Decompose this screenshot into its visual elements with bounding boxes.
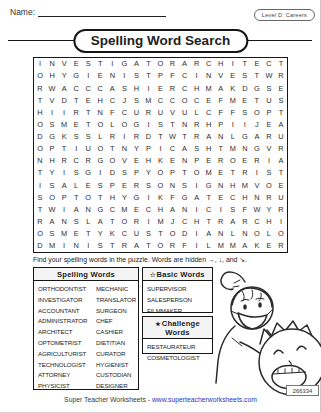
grid-cell: S xyxy=(82,58,94,70)
orthodontist-patient-cartoon xyxy=(212,268,321,399)
grid-cell: H xyxy=(191,82,203,94)
grid-cell: P xyxy=(46,143,58,155)
grid-cell: K xyxy=(58,131,70,143)
grid-cell: F xyxy=(179,240,191,252)
grid-cell: O xyxy=(154,240,166,252)
grid-cell: M xyxy=(203,82,215,94)
grid-cell: N xyxy=(215,179,227,191)
grid-cell: D xyxy=(34,131,46,143)
grid-cell: P xyxy=(215,119,227,131)
grid-cell: L xyxy=(70,179,82,191)
grid-cell: O xyxy=(34,228,46,240)
basic-words-list: SUPERVISORSALESPERSONFILMMAKER xyxy=(143,281,212,316)
word-item: RESTAURATEUR xyxy=(147,342,212,353)
word-item: ATTORNEY xyxy=(38,370,96,381)
grid-cell: C xyxy=(167,94,179,106)
grid-cell: V xyxy=(215,70,227,82)
grid-cell: R xyxy=(34,216,46,228)
grid-cell: E xyxy=(118,179,130,191)
grid-cell: H xyxy=(142,155,154,167)
grid-cell: P xyxy=(142,143,154,155)
challenge-words-header: ★Challenge Words xyxy=(143,317,212,339)
grid-cell: C xyxy=(203,204,215,216)
grid-cell: I xyxy=(142,216,154,228)
grid-cell: I xyxy=(191,204,203,216)
grid-cell: E xyxy=(227,70,239,82)
grid-cell: L xyxy=(227,131,239,143)
grid-cell: R xyxy=(263,131,275,143)
grid-cell: T xyxy=(239,58,251,70)
grid-cell: I xyxy=(251,167,263,179)
word-item: CASHIER xyxy=(96,327,138,338)
grid-cell: E xyxy=(130,204,142,216)
word-item: CURATOR xyxy=(96,349,138,360)
grid-cell: S xyxy=(118,167,130,179)
grid-cell: E xyxy=(82,179,94,191)
grid-cell: R xyxy=(251,155,263,167)
grid-cell: N xyxy=(94,107,106,119)
grid-cell: T xyxy=(203,216,215,228)
grid-cell: J xyxy=(167,216,179,228)
grid-cell: T xyxy=(154,228,166,240)
grid-cell: H xyxy=(227,179,239,191)
grid-cell: S xyxy=(142,228,154,240)
grid-cell: T xyxy=(275,107,287,119)
grid-cell: G xyxy=(251,143,263,155)
grid-cell: G xyxy=(130,191,142,203)
word-item: FILMMAKER xyxy=(147,306,212,317)
grid-cell: F xyxy=(215,94,227,106)
grid-cell: C xyxy=(167,143,179,155)
grid-cell: C xyxy=(179,216,191,228)
grid-cell: N xyxy=(179,119,191,131)
grid-cell: F xyxy=(227,107,239,119)
grid-cell: A xyxy=(215,82,227,94)
grid-cell: S xyxy=(191,143,203,155)
grid-cell: Y xyxy=(263,204,275,216)
grid-cell: V xyxy=(46,94,58,106)
grid-cell: E xyxy=(203,155,215,167)
grid-cell: H xyxy=(46,155,58,167)
grid-cell: R xyxy=(191,119,203,131)
grid-cell: T xyxy=(142,70,154,82)
word-item: ACCOUNTANT xyxy=(38,306,96,317)
grid-cell: N xyxy=(70,240,82,252)
grid-cell: T xyxy=(58,143,70,155)
grid-cell: S xyxy=(70,131,82,143)
word-item: DESIGNER xyxy=(96,381,138,392)
grid-cell: M xyxy=(46,240,58,252)
grid-cell: S xyxy=(239,107,251,119)
word-item: INVESTIGATOR xyxy=(38,295,96,306)
word-item: SURGEON xyxy=(96,306,138,317)
grid-cell: L xyxy=(227,228,239,240)
word-item: TECHNOLOGIST xyxy=(38,360,96,371)
word-item: COSMETOLOGIST xyxy=(147,353,212,364)
grid-cell: M xyxy=(58,119,70,131)
grid-cell: N xyxy=(179,155,191,167)
word-item: ADMINISTRATOR xyxy=(38,316,96,327)
grid-cell: E xyxy=(203,94,215,106)
grid-cell: I xyxy=(275,216,287,228)
grid-cell: I xyxy=(215,204,227,216)
footer-credit: Super Teacher Worksheets - www.superteac… xyxy=(0,396,321,403)
grid-cell: P xyxy=(58,191,70,203)
word-item: CUSTODIAN xyxy=(96,370,138,381)
grid-cell: Y xyxy=(142,167,154,179)
word-item: OPTOMETRIST xyxy=(38,338,96,349)
grid-cell: A xyxy=(203,131,215,143)
grid-cell: O xyxy=(118,119,130,131)
footer-url: www.superteacherworksheets.com xyxy=(152,396,257,403)
grid-cell: O xyxy=(154,179,166,191)
word-item: ARCHITECT xyxy=(38,327,96,338)
grid-cell: O xyxy=(154,167,166,179)
grid-cell: L xyxy=(191,107,203,119)
grid-cell: I xyxy=(227,58,239,70)
grid-cell: U xyxy=(275,191,287,203)
grid-cell: R xyxy=(130,216,142,228)
grid-cell: I xyxy=(34,179,46,191)
grid-cell: A xyxy=(46,216,58,228)
grid-cell: D xyxy=(34,240,46,252)
grid-cell: E xyxy=(94,70,106,82)
grid-cell: N xyxy=(46,58,58,70)
word-item: CHEF xyxy=(96,316,138,327)
grid-cell: M xyxy=(154,216,166,228)
grid-cell: O xyxy=(46,191,58,203)
grid-cell: G xyxy=(82,167,94,179)
name-row: Name: xyxy=(10,7,166,17)
grid-cell: A xyxy=(275,119,287,131)
grid-cell: V xyxy=(167,107,179,119)
grid-cell: S xyxy=(46,119,58,131)
word-item: SUPERVISOR xyxy=(147,284,212,295)
grid-cell: E xyxy=(263,240,275,252)
grid-cell: R xyxy=(167,82,179,94)
grid-cell: N xyxy=(239,228,251,240)
grid-cell: N xyxy=(203,70,215,82)
grid-cell: N xyxy=(215,228,227,240)
grid-cell: O xyxy=(34,143,46,155)
grid-cell: S xyxy=(179,179,191,191)
grid-cell: E xyxy=(275,179,287,191)
grid-cell: H xyxy=(239,191,251,203)
grid-cell: R xyxy=(118,240,130,252)
grid-cell: A xyxy=(70,204,82,216)
grid-cell: C xyxy=(94,82,106,94)
grid-cell: T xyxy=(34,204,46,216)
grid-cell: N xyxy=(106,70,118,82)
grid-cell: I xyxy=(118,70,130,82)
grid-cell: M xyxy=(58,228,70,240)
grid-cell: G xyxy=(70,70,82,82)
grid-cell: O xyxy=(118,216,130,228)
grid-cell: C xyxy=(227,191,239,203)
grid-cell: R xyxy=(70,107,82,119)
grid-cell: T xyxy=(251,70,263,82)
grid-cell: G xyxy=(94,155,106,167)
grid-cell: I xyxy=(94,167,106,179)
grid-cell: S xyxy=(46,179,58,191)
grid-cell: H xyxy=(203,143,215,155)
grid-cell: F xyxy=(215,107,227,119)
grid-cell: C xyxy=(251,216,263,228)
grid-cell: S xyxy=(275,94,287,106)
grid-cell: F xyxy=(239,204,251,216)
grid-cell: C xyxy=(118,228,130,240)
grid-cell: D xyxy=(179,228,191,240)
grid-cell: R xyxy=(191,131,203,143)
grid-cell: V xyxy=(251,179,263,191)
grid-cell: I xyxy=(263,155,275,167)
grid-cell: G xyxy=(94,204,106,216)
grid-cell: R xyxy=(130,179,142,191)
grid-cell: T xyxy=(142,240,154,252)
grid-cell: S xyxy=(70,216,82,228)
grid-cell: G xyxy=(251,82,263,94)
grid-cell: R xyxy=(191,58,203,70)
grid-cell: R xyxy=(82,155,94,167)
grid-cell: T xyxy=(227,167,239,179)
word-item: AGRICULTURIST xyxy=(38,349,96,360)
grid-cell: C xyxy=(82,82,94,94)
grid-cell: E xyxy=(130,155,142,167)
spelling-col-2: MECHANICTRANSLATORSURGEONCHEFCASHIERDIET… xyxy=(96,284,138,392)
grid-cell: G xyxy=(203,179,215,191)
grid-cell: N xyxy=(58,216,70,228)
grid-cell: R xyxy=(34,82,46,94)
grid-cell: A xyxy=(275,155,287,167)
challenge-star-icon: ★ xyxy=(155,321,161,327)
grid-cell: T xyxy=(82,228,94,240)
grid-cell: E xyxy=(239,155,251,167)
grid-cell: R xyxy=(275,240,287,252)
grid-cell: S xyxy=(94,179,106,191)
grid-cell: P xyxy=(167,167,179,179)
grid-cell: G xyxy=(239,131,251,143)
grid-cell: M xyxy=(118,204,130,216)
grid-cell: E xyxy=(70,228,82,240)
grid-cell: U xyxy=(130,228,142,240)
grid-cell: T xyxy=(94,58,106,70)
grid-cell: Y xyxy=(46,167,58,179)
grid-cell: H xyxy=(34,107,46,119)
grid-cell: K xyxy=(227,82,239,94)
grid-cell: S xyxy=(82,131,94,143)
grid-cell: P xyxy=(191,155,203,167)
grid-cell: M xyxy=(142,94,154,106)
grid-cell: R xyxy=(239,216,251,228)
grid-cell: T xyxy=(215,143,227,155)
grid-cell: Y xyxy=(118,191,130,203)
grid-cell: A xyxy=(58,179,70,191)
grid-cell: H xyxy=(46,70,58,82)
grid-cell: T xyxy=(275,58,287,70)
grid-cell: T xyxy=(167,119,179,131)
grid-cell: C xyxy=(203,58,215,70)
grid-cell: I xyxy=(82,240,94,252)
grid-cell: M xyxy=(227,94,239,106)
word-item: DIETITIAN xyxy=(96,338,138,349)
grid-cell: A xyxy=(191,191,203,203)
grid-cell: A xyxy=(179,143,191,155)
grid-cell: M xyxy=(215,240,227,252)
grid-cell: S xyxy=(34,191,46,203)
grid-cell: I xyxy=(191,228,203,240)
grid-cell: I xyxy=(154,143,166,155)
grid-cell: C xyxy=(179,82,191,94)
grid-cell: H xyxy=(203,119,215,131)
grid-cell: L xyxy=(263,228,275,240)
grid-cell: C xyxy=(106,204,118,216)
word-item: MECHANIC xyxy=(96,284,138,295)
grid-cell: O xyxy=(34,119,46,131)
grid-cell: T xyxy=(70,94,82,106)
grid-cell: M xyxy=(203,167,215,179)
grid-cell: Y xyxy=(58,70,70,82)
grid-cell: T xyxy=(70,191,82,203)
grid-cell: A xyxy=(58,82,70,94)
grid-cell: A xyxy=(130,58,142,70)
instructions-text: Find your spelling words in the puzzle. … xyxy=(33,256,313,264)
basic-words-title: Basic Words xyxy=(157,270,205,279)
grid-cell: F xyxy=(167,191,179,203)
grid-cell: C xyxy=(203,107,215,119)
grid-cell: V xyxy=(58,58,70,70)
grid-cell: R xyxy=(239,167,251,179)
grid-cell: E xyxy=(215,191,227,203)
grid-cell: R xyxy=(275,204,287,216)
grid-cell: Y xyxy=(94,228,106,240)
grid-cell: E xyxy=(82,94,94,106)
word-item: ORTHODONTIST xyxy=(38,284,96,295)
grid-cell: T xyxy=(251,94,263,106)
grid-cell: O xyxy=(94,143,106,155)
spelling-col-1: ORTHODONTISTINVESTIGATORACCOUNTANTADMINI… xyxy=(38,284,96,392)
grid-cell: W xyxy=(263,70,275,82)
grid-cell: G xyxy=(46,131,58,143)
grid-cell: O xyxy=(263,179,275,191)
grid-cell: S xyxy=(130,94,142,106)
grid-cell: U xyxy=(179,107,191,119)
grid-cell: L xyxy=(82,216,94,228)
worksheet-code: 266334 xyxy=(286,385,319,396)
grid-cell: O xyxy=(227,155,239,167)
grid-cell: I xyxy=(58,204,70,216)
grid-cell: A xyxy=(239,240,251,252)
grid-cell: C xyxy=(263,58,275,70)
grid-cell: E xyxy=(215,167,227,179)
grid-cell: D xyxy=(142,131,154,143)
grid-cell: P xyxy=(154,70,166,82)
word-item: TRANSLATOR xyxy=(96,295,138,306)
grid-cell: N xyxy=(82,204,94,216)
grid-cell: K xyxy=(154,155,166,167)
grid-cell: T xyxy=(106,143,118,155)
grid-cell: T xyxy=(154,131,166,143)
grid-cell: I xyxy=(58,240,70,252)
grid-cell: O xyxy=(106,155,118,167)
grid-cell: O xyxy=(34,70,46,82)
grid-cell: O xyxy=(179,94,191,106)
grid-cell: O xyxy=(167,228,179,240)
grid-cell: R xyxy=(215,216,227,228)
grid-cell: C xyxy=(191,94,203,106)
grid-cell: G xyxy=(130,119,142,131)
grid-cell: U xyxy=(275,131,287,143)
grid-cell: I xyxy=(142,82,154,94)
grid-cell: I xyxy=(142,119,154,131)
word-search-grid: INVESTIGATORARCHITECTOHYGIENISTPFCINVEST… xyxy=(33,57,288,253)
grid-cell: S xyxy=(263,82,275,94)
grid-cell: C xyxy=(70,155,82,167)
grid-cell: K xyxy=(251,240,263,252)
grid-cell: S xyxy=(70,167,82,179)
grid-cell: I xyxy=(46,107,58,119)
grid-cell: G xyxy=(179,191,191,203)
grid-cell: N xyxy=(239,143,251,155)
grid-cell: U xyxy=(82,143,94,155)
grid-cell: L xyxy=(203,240,215,252)
grid-cell: C xyxy=(154,94,166,106)
grid-cell: P xyxy=(106,179,118,191)
grid-cell: C xyxy=(118,107,130,119)
grid-cell: S xyxy=(239,70,251,82)
basic-words-header: ✩Basic Words xyxy=(143,268,212,281)
grid-cell: H xyxy=(130,82,142,94)
grid-cell: L xyxy=(106,119,118,131)
grid-cell: F xyxy=(106,107,118,119)
grid-cell: W xyxy=(167,131,179,143)
grid-cell: D xyxy=(106,167,118,179)
grid-cell: I xyxy=(191,240,203,252)
grid-cell: R xyxy=(130,131,142,143)
grid-cell: D xyxy=(239,82,251,94)
grid-cell: P xyxy=(263,107,275,119)
grid-cell: E xyxy=(154,82,166,94)
grid-cell: H xyxy=(106,191,118,203)
basic-words-box: ✩Basic Words SUPERVISORSALESPERSONFILMMA… xyxy=(142,267,213,313)
grid-cell: U xyxy=(154,107,166,119)
grid-cell: A xyxy=(94,216,106,228)
grid-cell: P xyxy=(130,167,142,179)
grid-cell: T xyxy=(179,131,191,143)
grid-cell: R xyxy=(106,131,118,143)
grid-cell: S xyxy=(118,82,130,94)
grid-cell: H xyxy=(94,94,106,106)
grid-cell: V xyxy=(263,143,275,155)
grid-cell: E xyxy=(167,155,179,167)
level-badge: Level D: Careers xyxy=(254,9,315,21)
grid-cell: I xyxy=(142,191,154,203)
grid-cell: T xyxy=(142,58,154,70)
spelling-words-columns: ORTHODONTISTINVESTIGATORACCOUNTANTADMINI… xyxy=(34,281,138,392)
grid-cell: O xyxy=(191,167,203,179)
grid-cell: C xyxy=(106,94,118,106)
grid-cell: S xyxy=(227,204,239,216)
grid-cell: E xyxy=(70,58,82,70)
grid-cell: R xyxy=(58,155,70,167)
basic-star-icon: ✩ xyxy=(150,272,155,278)
grid-cell: S xyxy=(46,228,58,240)
grid-cell: J xyxy=(251,119,263,131)
grid-cell: T xyxy=(34,94,46,106)
grid-cell: I xyxy=(34,58,46,70)
spelling-words-header: Spelling Words xyxy=(34,268,138,281)
grid-cell: S xyxy=(154,119,166,131)
grid-cell: H xyxy=(263,216,275,228)
